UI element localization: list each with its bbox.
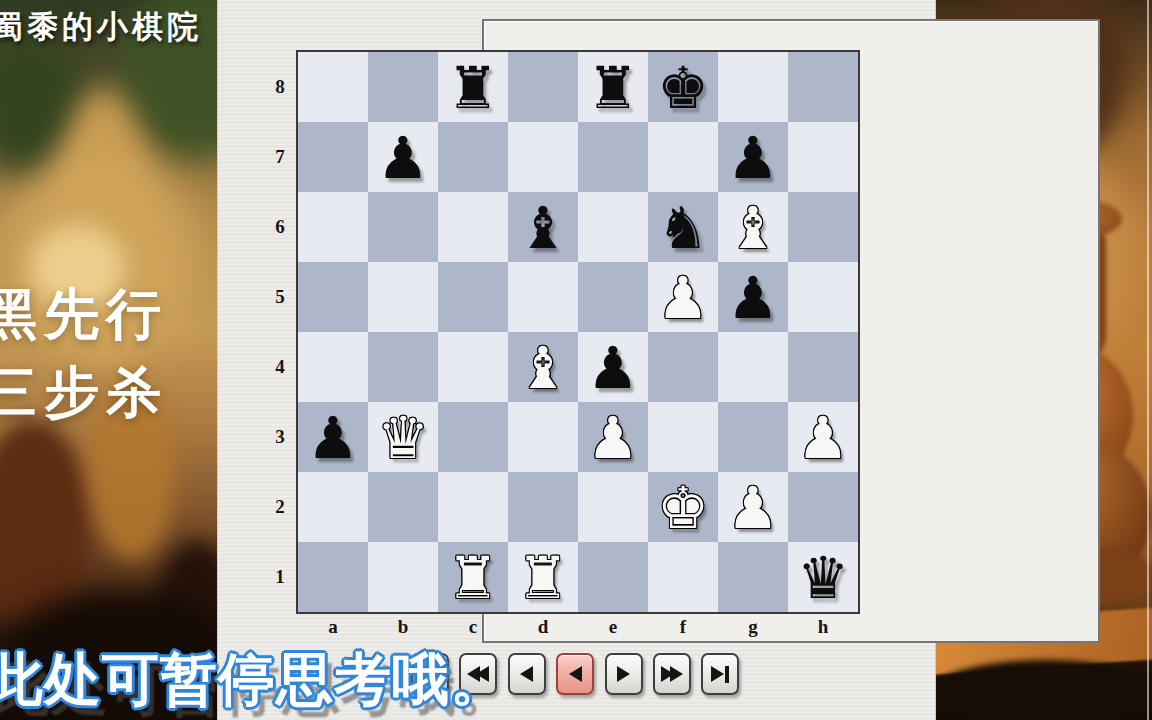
pause-hint-text: 此处可暂停思考哦。 <box>0 642 508 719</box>
square-f5[interactable]: ♟ <box>648 262 718 332</box>
screenshot-root: ♜♜♚♟♟♝♞♝♟♟♝♟♟♛♟♟♚♟♜♜♛ 87654321 abcdefgh … <box>0 0 1152 720</box>
task-text-line1: 黑先行 <box>0 278 168 352</box>
piece-white-pawn[interactable]: ♟ <box>718 472 788 542</box>
square-g3[interactable] <box>718 402 788 472</box>
square-c1[interactable]: ♜ <box>438 542 508 612</box>
square-b1[interactable] <box>368 542 438 612</box>
right-triangle-icon <box>617 666 630 682</box>
rank-label-2: 2 <box>266 472 294 542</box>
square-e3[interactable]: ♟ <box>578 402 648 472</box>
square-e6[interactable] <box>578 192 648 262</box>
square-e1[interactable] <box>578 542 648 612</box>
square-a6[interactable] <box>298 192 368 262</box>
square-b8[interactable] <box>368 52 438 122</box>
square-h7[interactable] <box>788 122 858 192</box>
stop-bar-icon <box>725 666 729 683</box>
square-d7[interactable] <box>508 122 578 192</box>
piece-black-king[interactable]: ♚ <box>648 52 718 122</box>
square-d8[interactable] <box>508 52 578 122</box>
piece-white-rook[interactable]: ♜ <box>508 542 578 612</box>
square-g8[interactable] <box>718 52 788 122</box>
square-d2[interactable] <box>508 472 578 542</box>
piece-black-bishop[interactable]: ♝ <box>508 192 578 262</box>
piece-black-pawn[interactable]: ♟ <box>298 402 368 472</box>
piece-white-pawn[interactable]: ♟ <box>788 402 858 472</box>
file-label-g: g <box>718 613 788 641</box>
square-a7[interactable] <box>298 122 368 192</box>
table-shadow <box>936 660 1152 720</box>
square-g7[interactable]: ♟ <box>718 122 788 192</box>
square-a5[interactable] <box>298 262 368 332</box>
square-d3[interactable] <box>508 402 578 472</box>
piece-black-queen[interactable]: ♛ <box>788 542 858 612</box>
square-h2[interactable] <box>788 472 858 542</box>
piece-white-pawn[interactable]: ♟ <box>578 402 648 472</box>
file-label-e: e <box>578 613 648 641</box>
piece-white-pawn[interactable]: ♟ <box>648 262 718 332</box>
right-triangle-icon <box>670 666 683 682</box>
square-a4[interactable] <box>298 332 368 402</box>
rank-label-5: 5 <box>266 262 294 332</box>
square-f8[interactable]: ♚ <box>648 52 718 122</box>
piece-black-pawn[interactable]: ♟ <box>368 122 438 192</box>
step-backward-button[interactable] <box>508 653 546 695</box>
square-c3[interactable] <box>438 402 508 472</box>
file-label-c: c <box>438 613 508 641</box>
file-label-f: f <box>648 613 718 641</box>
piece-white-queen[interactable]: ♛ <box>368 402 438 472</box>
square-h5[interactable] <box>788 262 858 332</box>
file-label-d: d <box>508 613 578 641</box>
last-move-button[interactable] <box>701 653 739 695</box>
square-b6[interactable] <box>368 192 438 262</box>
square-g5[interactable]: ♟ <box>718 262 788 332</box>
piece-white-rook[interactable]: ♜ <box>438 542 508 612</box>
square-e8[interactable]: ♜ <box>578 52 648 122</box>
square-a1[interactable] <box>298 542 368 612</box>
screen-edge-line <box>1147 0 1149 720</box>
square-b2[interactable] <box>368 472 438 542</box>
square-b7[interactable]: ♟ <box>368 122 438 192</box>
piece-white-king[interactable]: ♚ <box>648 472 718 542</box>
square-c7[interactable] <box>438 122 508 192</box>
square-h3[interactable]: ♟ <box>788 402 858 472</box>
square-e4[interactable]: ♟ <box>578 332 648 402</box>
rank-label-7: 7 <box>266 122 294 192</box>
square-e2[interactable] <box>578 472 648 542</box>
piece-black-pawn[interactable]: ♟ <box>718 262 788 332</box>
square-b5[interactable] <box>368 262 438 332</box>
square-f2[interactable]: ♚ <box>648 472 718 542</box>
square-e5[interactable] <box>578 262 648 332</box>
square-h4[interactable] <box>788 332 858 402</box>
square-h8[interactable] <box>788 52 858 122</box>
square-g4[interactable] <box>718 332 788 402</box>
rank-label-8: 8 <box>266 52 294 122</box>
square-a8[interactable] <box>298 52 368 122</box>
square-f1[interactable] <box>648 542 718 612</box>
square-g6[interactable]: ♝ <box>718 192 788 262</box>
square-d6[interactable]: ♝ <box>508 192 578 262</box>
square-d4[interactable]: ♝ <box>508 332 578 402</box>
square-f6[interactable]: ♞ <box>648 192 718 262</box>
square-a3[interactable]: ♟ <box>298 402 368 472</box>
square-h6[interactable] <box>788 192 858 262</box>
right-triangle-icon <box>711 666 724 682</box>
square-c6[interactable] <box>438 192 508 262</box>
rank-label-1: 1 <box>266 542 294 612</box>
rank-label-3: 3 <box>266 402 294 472</box>
channel-watermark: 蜀黍的小棋院 <box>0 6 202 48</box>
file-label-b: b <box>368 613 438 641</box>
step-forward-button[interactable] <box>605 653 643 695</box>
chess-board[interactable]: ♜♜♚♟♟♝♞♝♟♟♝♟♟♛♟♟♚♟♜♜♛ <box>296 50 860 614</box>
piece-black-knight[interactable]: ♞ <box>648 192 718 262</box>
square-c8[interactable]: ♜ <box>438 52 508 122</box>
square-c4[interactable] <box>438 332 508 402</box>
left-triangle-icon <box>569 666 582 682</box>
square-h1[interactable]: ♛ <box>788 542 858 612</box>
piece-black-rook[interactable]: ♜ <box>578 52 648 122</box>
rank-label-4: 4 <box>266 332 294 402</box>
step-backward-active-button[interactable] <box>556 653 594 695</box>
file-label-h: h <box>788 613 858 641</box>
fast-forward-button[interactable] <box>653 653 691 695</box>
square-f3[interactable] <box>648 402 718 472</box>
rank-label-6: 6 <box>266 192 294 262</box>
piece-black-rook[interactable]: ♜ <box>438 52 508 122</box>
piece-black-pawn[interactable]: ♟ <box>718 122 788 192</box>
piece-black-pawn[interactable]: ♟ <box>578 332 648 402</box>
square-f4[interactable] <box>648 332 718 402</box>
file-label-a: a <box>298 613 368 641</box>
piece-white-bishop[interactable]: ♝ <box>718 192 788 262</box>
left-triangle-icon <box>520 666 533 682</box>
square-d1[interactable]: ♜ <box>508 542 578 612</box>
square-g1[interactable] <box>718 542 788 612</box>
square-c2[interactable] <box>438 472 508 542</box>
piece-white-bishop[interactable]: ♝ <box>508 332 578 402</box>
task-text-line2: 三步杀 <box>0 356 168 430</box>
square-f7[interactable] <box>648 122 718 192</box>
square-b3[interactable]: ♛ <box>368 402 438 472</box>
square-e7[interactable] <box>578 122 648 192</box>
square-g2[interactable]: ♟ <box>718 472 788 542</box>
square-c5[interactable] <box>438 262 508 332</box>
square-d5[interactable] <box>508 262 578 332</box>
square-a2[interactable] <box>298 472 368 542</box>
square-b4[interactable] <box>368 332 438 402</box>
